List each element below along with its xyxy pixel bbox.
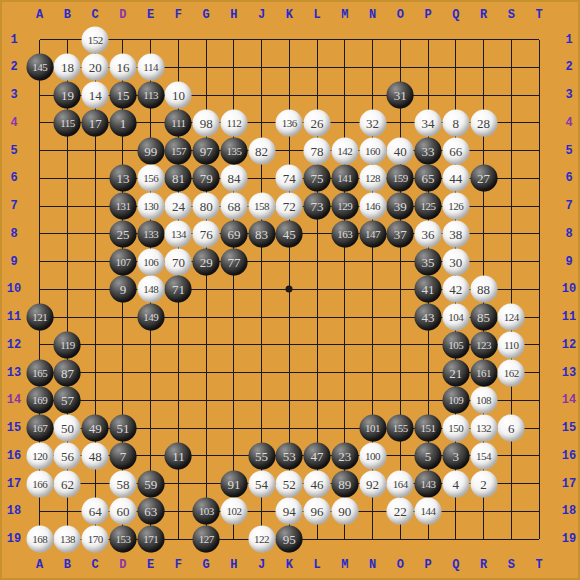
stone-M16[interactable]: 23: [331, 442, 358, 469]
stone-L7[interactable]: 73: [304, 193, 331, 220]
stone-G8[interactable]: 76: [193, 220, 220, 247]
stone-N7[interactable]: 146: [359, 193, 386, 220]
stone-move-number: 91: [227, 477, 240, 490]
stone-move-number: 70: [172, 255, 185, 268]
stone-move-number: 87: [61, 366, 74, 379]
stone-move-number: 126: [448, 201, 463, 212]
stone-Q16[interactable]: 3: [442, 442, 469, 469]
stone-O15[interactable]: 155: [387, 415, 414, 442]
stone-move-number: 124: [504, 312, 519, 323]
stone-move-number: 26: [311, 116, 324, 129]
stone-move-number: 36: [422, 227, 435, 240]
stone-move-number: 111: [171, 117, 185, 128]
stone-H4[interactable]: 112: [220, 109, 247, 136]
stone-move-number: 39: [394, 200, 407, 213]
stone-move-number: 113: [143, 90, 158, 101]
row-label-right-18: 18: [562, 505, 576, 517]
stone-A16[interactable]: 120: [26, 442, 53, 469]
stone-move-number: 105: [448, 339, 463, 350]
row-label-right-9: 9: [565, 256, 572, 268]
stone-move-number: 130: [143, 201, 158, 212]
stone-H5[interactable]: 135: [220, 137, 247, 164]
stone-H17[interactable]: 91: [220, 470, 247, 497]
stone-R11[interactable]: 85: [470, 304, 497, 331]
row-label-right-12: 12: [562, 339, 576, 351]
stone-C1[interactable]: 152: [82, 26, 109, 53]
stone-R6[interactable]: 27: [470, 165, 497, 192]
col-label-top-N: N: [369, 9, 376, 21]
stone-B12[interactable]: 119: [54, 331, 81, 358]
stone-K18[interactable]: 94: [276, 498, 303, 525]
stone-D16[interactable]: 7: [109, 442, 136, 469]
stone-move-number: 60: [116, 505, 129, 518]
stone-move-number: 106: [143, 256, 158, 267]
stone-J5[interactable]: 82: [248, 137, 275, 164]
row-label-right-10: 10: [562, 283, 576, 295]
stone-E5[interactable]: 99: [137, 137, 164, 164]
stone-P8[interactable]: 36: [415, 220, 442, 247]
stone-move-number: 153: [115, 534, 130, 545]
stone-A13[interactable]: 165: [26, 359, 53, 386]
stone-F3[interactable]: 10: [165, 82, 192, 109]
row-label-right-11: 11: [562, 311, 576, 323]
stone-C2[interactable]: 20: [82, 54, 109, 81]
col-label-top-E: E: [147, 9, 154, 21]
stone-O7[interactable]: 39: [387, 193, 414, 220]
stone-A14[interactable]: 169: [26, 387, 53, 414]
stone-G5[interactable]: 97: [193, 137, 220, 164]
stone-B4[interactable]: 115: [54, 109, 81, 136]
col-label-top-D: D: [119, 9, 126, 21]
stone-H18[interactable]: 102: [220, 498, 247, 525]
stone-move-number: 2: [480, 477, 487, 490]
col-label-bottom-R: R: [480, 559, 487, 571]
stone-move-number: 79: [200, 172, 213, 185]
stone-move-number: 89: [338, 477, 351, 490]
stone-D9[interactable]: 107: [109, 248, 136, 275]
stone-E7[interactable]: 130: [137, 193, 164, 220]
col-label-top-O: O: [397, 9, 404, 21]
stone-move-number: 33: [422, 144, 435, 157]
stone-D7[interactable]: 131: [109, 193, 136, 220]
stone-N6[interactable]: 128: [359, 165, 386, 192]
stone-move-number: 127: [199, 534, 214, 545]
stone-L5[interactable]: 78: [304, 137, 331, 164]
stone-move-number: 112: [227, 117, 242, 128]
stone-move-number: 107: [115, 256, 130, 267]
stone-move-number: 104: [448, 312, 463, 323]
stone-Q10[interactable]: 42: [442, 276, 469, 303]
stone-P17[interactable]: 143: [415, 470, 442, 497]
stone-R14[interactable]: 108: [470, 387, 497, 414]
stone-Q13[interactable]: 21: [442, 359, 469, 386]
stone-F4[interactable]: 111: [165, 109, 192, 136]
stone-move-number: 71: [172, 283, 185, 296]
col-label-bottom-D: D: [119, 559, 126, 571]
stone-R13[interactable]: 161: [470, 359, 497, 386]
stone-M8[interactable]: 163: [331, 220, 358, 247]
col-label-bottom-S: S: [508, 559, 515, 571]
stone-Q8[interactable]: 38: [442, 220, 469, 247]
row-label-right-17: 17: [562, 478, 576, 490]
col-label-bottom-B: B: [64, 559, 71, 571]
stone-O18[interactable]: 22: [387, 498, 414, 525]
stone-move-number: 123: [476, 339, 491, 350]
stone-move-number: 18: [61, 61, 74, 74]
stone-B19[interactable]: 138: [54, 526, 81, 553]
stone-C18[interactable]: 64: [82, 498, 109, 525]
stone-G19[interactable]: 127: [193, 526, 220, 553]
stone-Q17[interactable]: 4: [442, 470, 469, 497]
stone-E19[interactable]: 171: [137, 526, 164, 553]
stone-S11[interactable]: 124: [498, 304, 525, 331]
stone-J8[interactable]: 83: [248, 220, 275, 247]
stone-R15[interactable]: 132: [470, 415, 497, 442]
stone-N17[interactable]: 92: [359, 470, 386, 497]
stone-move-number: 77: [227, 255, 240, 268]
stone-move-number: 92: [366, 477, 379, 490]
stone-move-number: 157: [171, 145, 186, 156]
row-label-left-19: 19: [7, 533, 21, 545]
stone-S13[interactable]: 162: [498, 359, 525, 386]
stone-move-number: 23: [338, 449, 351, 462]
stone-L4[interactable]: 26: [304, 109, 331, 136]
stone-move-number: 143: [421, 478, 436, 489]
stone-P6[interactable]: 65: [415, 165, 442, 192]
stone-K7[interactable]: 72: [276, 193, 303, 220]
stone-D8[interactable]: 25: [109, 220, 136, 247]
col-label-bottom-G: G: [203, 559, 210, 571]
stone-D10[interactable]: 9: [109, 276, 136, 303]
stone-move-number: 72: [283, 200, 296, 213]
stone-move-number: 63: [144, 505, 157, 518]
stone-D4[interactable]: 1: [109, 109, 136, 136]
stone-move-number: 131: [115, 201, 130, 212]
stone-F6[interactable]: 81: [165, 165, 192, 192]
stone-Q5[interactable]: 66: [442, 137, 469, 164]
stone-B3[interactable]: 19: [54, 82, 81, 109]
stone-move-number: 149: [143, 312, 158, 323]
stone-H9[interactable]: 77: [220, 248, 247, 275]
col-label-bottom-J: J: [258, 559, 265, 571]
stone-G18[interactable]: 103: [193, 498, 220, 525]
col-label-top-P: P: [424, 9, 431, 21]
stone-B16[interactable]: 56: [54, 442, 81, 469]
stone-P9[interactable]: 35: [415, 248, 442, 275]
stone-move-number: 141: [337, 173, 352, 184]
stone-K19[interactable]: 95: [276, 526, 303, 553]
stone-N5[interactable]: 160: [359, 137, 386, 164]
stone-A2[interactable]: 145: [26, 54, 53, 81]
stone-move-number: 119: [60, 339, 75, 350]
stone-move-number: 19: [61, 89, 74, 102]
stone-E8[interactable]: 133: [137, 220, 164, 247]
stone-move-number: 158: [254, 201, 269, 212]
stone-M6[interactable]: 141: [331, 165, 358, 192]
stone-M7[interactable]: 129: [331, 193, 358, 220]
stone-O8[interactable]: 37: [387, 220, 414, 247]
stone-A11[interactable]: 121: [26, 304, 53, 331]
stone-B14[interactable]: 57: [54, 387, 81, 414]
row-label-right-19: 19: [562, 533, 576, 545]
stone-D17[interactable]: 58: [109, 470, 136, 497]
row-label-right-7: 7: [565, 200, 572, 212]
stone-S15[interactable]: 6: [498, 415, 525, 442]
col-label-top-S: S: [508, 9, 515, 21]
stone-move-number: 95: [283, 533, 296, 546]
stone-K17[interactable]: 52: [276, 470, 303, 497]
stone-move-number: 165: [32, 367, 47, 378]
stone-move-number: 58: [116, 477, 129, 490]
stone-Q6[interactable]: 44: [442, 165, 469, 192]
stone-move-number: 68: [227, 200, 240, 213]
row-label-left-10: 10: [7, 283, 21, 295]
stone-B15[interactable]: 50: [54, 415, 81, 442]
stone-H8[interactable]: 69: [220, 220, 247, 247]
stone-move-number: 46: [311, 477, 324, 490]
stone-P7[interactable]: 125: [415, 193, 442, 220]
stone-move-number: 7: [120, 449, 127, 462]
stone-J16[interactable]: 55: [248, 442, 275, 469]
stone-F9[interactable]: 70: [165, 248, 192, 275]
stone-D19[interactable]: 153: [109, 526, 136, 553]
stone-R10[interactable]: 88: [470, 276, 497, 303]
stone-Q12[interactable]: 105: [442, 331, 469, 358]
row-label-left-6: 6: [10, 172, 17, 184]
stone-S12[interactable]: 110: [498, 331, 525, 358]
stone-L17[interactable]: 46: [304, 470, 331, 497]
stone-E10[interactable]: 148: [137, 276, 164, 303]
stone-D6[interactable]: 13: [109, 165, 136, 192]
stone-move-number: 32: [366, 116, 379, 129]
stone-move-number: 43: [422, 311, 435, 324]
row-label-right-16: 16: [562, 450, 576, 462]
stone-P11[interactable]: 43: [415, 304, 442, 331]
stone-move-number: 128: [365, 173, 380, 184]
row-label-left-4: 4: [10, 117, 17, 129]
stone-R17[interactable]: 2: [470, 470, 497, 497]
stone-move-number: 54: [255, 477, 268, 490]
stone-move-number: 132: [476, 423, 491, 434]
stone-move-number: 147: [365, 228, 380, 239]
row-label-right-15: 15: [562, 422, 576, 434]
stone-Q15[interactable]: 150: [442, 415, 469, 442]
stone-O17[interactable]: 164: [387, 470, 414, 497]
stone-move-number: 167: [32, 423, 47, 434]
stone-E9[interactable]: 106: [137, 248, 164, 275]
stone-move-number: 156: [143, 173, 158, 184]
stone-Q11[interactable]: 104: [442, 304, 469, 331]
stone-P4[interactable]: 34: [415, 109, 442, 136]
stone-move-number: 99: [144, 144, 157, 157]
stone-move-number: 4: [453, 477, 460, 490]
stone-M18[interactable]: 90: [331, 498, 358, 525]
stone-B13[interactable]: 87: [54, 359, 81, 386]
stone-R16[interactable]: 154: [470, 442, 497, 469]
stone-E11[interactable]: 149: [137, 304, 164, 331]
stone-K8[interactable]: 45: [276, 220, 303, 247]
stone-move-number: 16: [116, 61, 129, 74]
stone-move-number: 160: [365, 145, 380, 156]
stone-G9[interactable]: 29: [193, 248, 220, 275]
stone-N15[interactable]: 101: [359, 415, 386, 442]
stone-move-number: 53: [283, 449, 296, 462]
stone-move-number: 64: [89, 505, 102, 518]
stone-J7[interactable]: 158: [248, 193, 275, 220]
stone-R12[interactable]: 123: [470, 331, 497, 358]
stone-move-number: 30: [449, 255, 462, 268]
stone-D2[interactable]: 16: [109, 54, 136, 81]
stone-A19[interactable]: 168: [26, 526, 53, 553]
stone-P18[interactable]: 144: [415, 498, 442, 525]
stone-move-number: 94: [283, 505, 296, 518]
stone-O3[interactable]: 31: [387, 82, 414, 109]
stone-move-number: 34: [422, 116, 435, 129]
stone-D18[interactable]: 60: [109, 498, 136, 525]
stone-move-number: 134: [171, 228, 186, 239]
stone-move-number: 74: [283, 172, 296, 185]
stone-K4[interactable]: 136: [276, 109, 303, 136]
stone-C19[interactable]: 170: [82, 526, 109, 553]
stone-move-number: 8: [453, 116, 460, 129]
stone-D3[interactable]: 15: [109, 82, 136, 109]
stone-move-number: 154: [476, 450, 491, 461]
stone-E3[interactable]: 113: [137, 82, 164, 109]
stone-L16[interactable]: 47: [304, 442, 331, 469]
stone-move-number: 103: [199, 506, 214, 517]
col-label-top-K: K: [286, 9, 293, 21]
stone-C4[interactable]: 17: [82, 109, 109, 136]
col-label-top-Q: Q: [452, 9, 459, 21]
stone-Q14[interactable]: 109: [442, 387, 469, 414]
col-label-bottom-P: P: [424, 559, 431, 571]
stone-move-number: 161: [476, 367, 491, 378]
stone-O6[interactable]: 159: [387, 165, 414, 192]
stone-H6[interactable]: 84: [220, 165, 247, 192]
stone-move-number: 45: [283, 227, 296, 240]
stone-F10[interactable]: 71: [165, 276, 192, 303]
stone-Q4[interactable]: 8: [442, 109, 469, 136]
stone-move-number: 50: [61, 422, 74, 435]
row-label-left-14: 14: [7, 394, 21, 406]
stone-G7[interactable]: 80: [193, 193, 220, 220]
col-label-bottom-H: H: [230, 559, 237, 571]
stone-F8[interactable]: 134: [165, 220, 192, 247]
stone-move-number: 41: [422, 283, 435, 296]
stone-move-number: 57: [61, 394, 74, 407]
stone-move-number: 28: [477, 116, 490, 129]
row-label-left-15: 15: [7, 422, 21, 434]
stone-J17[interactable]: 54: [248, 470, 275, 497]
stone-move-number: 135: [226, 145, 241, 156]
stone-A17[interactable]: 166: [26, 470, 53, 497]
stone-P5[interactable]: 33: [415, 137, 442, 164]
stone-move-number: 159: [393, 173, 408, 184]
stone-G4[interactable]: 98: [193, 109, 220, 136]
stone-D15[interactable]: 51: [109, 415, 136, 442]
stone-F16[interactable]: 11: [165, 442, 192, 469]
stone-move-number: 133: [143, 228, 158, 239]
stone-O5[interactable]: 40: [387, 137, 414, 164]
stone-N4[interactable]: 32: [359, 109, 386, 136]
stone-L6[interactable]: 75: [304, 165, 331, 192]
stone-move-number: 125: [421, 201, 436, 212]
stone-J19[interactable]: 122: [248, 526, 275, 553]
stone-K16[interactable]: 53: [276, 442, 303, 469]
stone-move-number: 121: [32, 312, 47, 323]
stone-E17[interactable]: 59: [137, 470, 164, 497]
stone-move-number: 83: [255, 227, 268, 240]
stone-E6[interactable]: 156: [137, 165, 164, 192]
stone-G6[interactable]: 79: [193, 165, 220, 192]
stone-move-number: 59: [144, 477, 157, 490]
stone-move-number: 108: [476, 395, 491, 406]
stone-move-number: 96: [311, 505, 324, 518]
stone-move-number: 146: [365, 201, 380, 212]
stone-M5[interactable]: 142: [331, 137, 358, 164]
stone-F7[interactable]: 24: [165, 193, 192, 220]
stone-move-number: 129: [337, 201, 352, 212]
stone-N8[interactable]: 147: [359, 220, 386, 247]
stone-F5[interactable]: 157: [165, 137, 192, 164]
stone-A15[interactable]: 167: [26, 415, 53, 442]
stone-L18[interactable]: 96: [304, 498, 331, 525]
stone-move-number: 80: [200, 200, 213, 213]
stone-move-number: 9: [120, 283, 127, 296]
stone-C3[interactable]: 14: [82, 82, 109, 109]
stone-move-number: 163: [337, 228, 352, 239]
stone-E18[interactable]: 63: [137, 498, 164, 525]
stone-Q7[interactable]: 126: [442, 193, 469, 220]
stone-P10[interactable]: 41: [415, 276, 442, 303]
stone-move-number: 48: [89, 449, 102, 462]
stone-H7[interactable]: 68: [220, 193, 247, 220]
stone-C16[interactable]: 48: [82, 442, 109, 469]
stone-R4[interactable]: 28: [470, 109, 497, 136]
stone-E2[interactable]: 114: [137, 54, 164, 81]
row-label-right-4: 4: [565, 117, 572, 129]
stone-C15[interactable]: 49: [82, 415, 109, 442]
stone-M17[interactable]: 89: [331, 470, 358, 497]
stone-B17[interactable]: 62: [54, 470, 81, 497]
stone-B2[interactable]: 18: [54, 54, 81, 81]
stone-P16[interactable]: 5: [415, 442, 442, 469]
row-label-left-12: 12: [7, 339, 21, 351]
stone-Q9[interactable]: 30: [442, 248, 469, 275]
stone-move-number: 55: [255, 449, 268, 462]
stone-move-number: 170: [88, 534, 103, 545]
stone-move-number: 5: [425, 449, 432, 462]
stone-K6[interactable]: 74: [276, 165, 303, 192]
col-label-bottom-C: C: [92, 559, 99, 571]
stone-move-number: 52: [283, 477, 296, 490]
row-label-right-14: 14: [562, 394, 576, 406]
star-point-K10: [286, 286, 293, 293]
stone-move-number: 120: [32, 450, 47, 461]
col-label-top-B: B: [64, 9, 71, 21]
col-label-bottom-T: T: [535, 559, 542, 571]
stone-move-number: 150: [448, 423, 463, 434]
stone-move-number: 22: [394, 505, 407, 518]
stone-N16[interactable]: 100: [359, 442, 386, 469]
stone-move-number: 29: [200, 255, 213, 268]
row-label-right-5: 5: [565, 145, 572, 157]
stone-move-number: 168: [32, 534, 47, 545]
stone-move-number: 69: [227, 227, 240, 240]
go-game-record-screen: AABBCCDDEEFFGGHHJJKKLLMMNNOOPPQQRRSSTT11…: [0, 0, 580, 580]
stone-P15[interactable]: 151: [415, 415, 442, 442]
stone-move-number: 75: [311, 172, 324, 185]
